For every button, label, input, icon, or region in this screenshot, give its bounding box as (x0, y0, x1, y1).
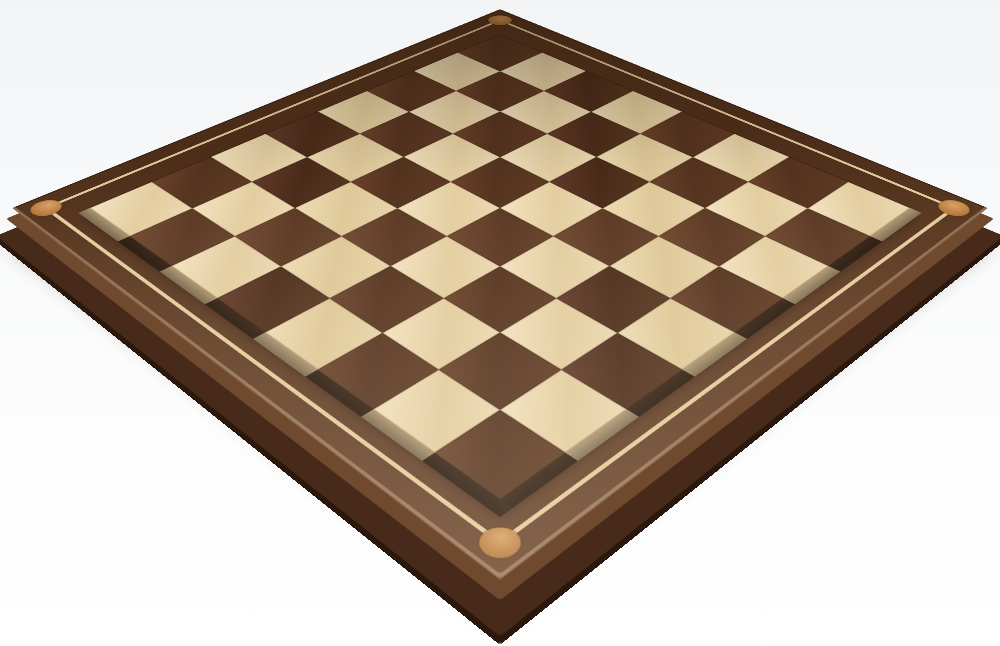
raised-playing-surface (90, 35, 910, 500)
chess-board (12, 9, 988, 578)
product-photo-scene (0, 0, 1000, 646)
board-grid (90, 35, 910, 500)
